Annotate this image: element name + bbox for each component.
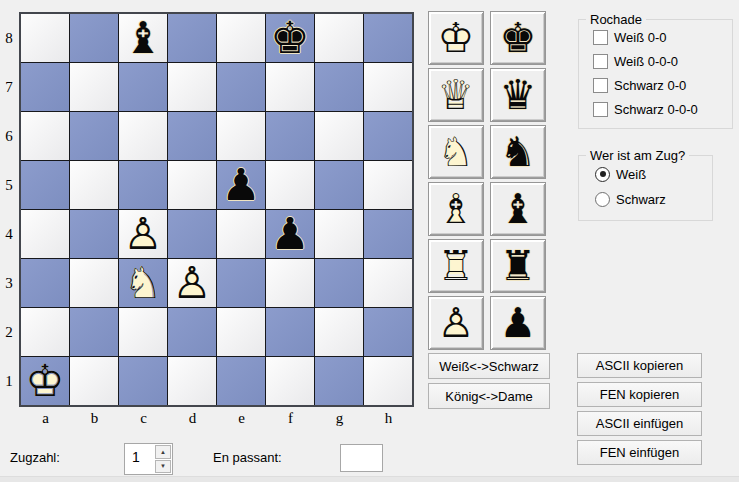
file-label-a: a [21, 410, 70, 427]
square-h5[interactable] [364, 161, 412, 209]
square-a3[interactable] [21, 259, 69, 307]
square-f1[interactable] [266, 357, 314, 405]
square-g8[interactable] [315, 14, 363, 62]
square-a7[interactable] [21, 63, 69, 111]
palette-black-rook-button[interactable]: ♜ [490, 239, 546, 293]
square-d5[interactable] [168, 161, 216, 209]
file-label-d: d [168, 410, 217, 427]
square-h8[interactable] [364, 14, 412, 62]
piece-white-king: ♚♔ [434, 16, 478, 60]
square-g6[interactable] [315, 112, 363, 160]
checkbox-2[interactable] [593, 78, 608, 93]
palette-black-queen-button[interactable]: ♛ [490, 68, 546, 122]
turn-options: WeißSchwarz [579, 156, 712, 206]
file-label-e: e [217, 410, 266, 427]
square-c6[interactable] [119, 112, 167, 160]
square-d3[interactable]: ♟♙ [168, 259, 216, 307]
rank-label-5: 5 [0, 161, 18, 210]
square-e2[interactable] [217, 308, 265, 356]
square-f3[interactable] [266, 259, 314, 307]
square-d2[interactable] [168, 308, 216, 356]
piece-white-pawn: ♟♙ [168, 259, 216, 307]
square-c7[interactable] [119, 63, 167, 111]
rank-label-3: 3 [0, 259, 18, 308]
piece-black-rook: ♜ [496, 244, 540, 288]
square-a8[interactable] [21, 14, 69, 62]
square-d1[interactable] [168, 357, 216, 405]
castling-options: Weiß 0-0Weiß 0-0-0Schwarz 0-0Schwarz 0-0… [579, 20, 732, 116]
square-h6[interactable] [364, 112, 412, 160]
checkbox-label: Schwarz 0-0 [614, 78, 686, 93]
swap-king-queen-button[interactable]: König<->Dame [428, 383, 550, 409]
square-c1[interactable] [119, 357, 167, 405]
piece-white-pawn: ♟♙ [434, 301, 478, 345]
piece-black-king: ♚ [496, 16, 540, 60]
checkbox-1[interactable] [593, 54, 608, 69]
square-c4[interactable]: ♟♙ [119, 210, 167, 258]
square-a4[interactable] [21, 210, 69, 258]
square-f8[interactable]: ♚ [266, 14, 314, 62]
piece-white-knight: ♞♘ [119, 259, 167, 307]
square-b6[interactable] [70, 112, 118, 160]
square-d8[interactable] [168, 14, 216, 62]
piece-white-pawn: ♟♙ [119, 210, 167, 258]
piece-black-pawn: ♟ [496, 301, 540, 345]
castling-option: Weiß 0-0-0 [593, 54, 732, 68]
square-f2[interactable] [266, 308, 314, 356]
castling-group-title: Rochade [586, 12, 646, 27]
square-a6[interactable] [21, 112, 69, 160]
piece-black-pawn: ♟ [266, 210, 314, 258]
radio-label: Weiß [616, 167, 646, 182]
square-g4[interactable] [315, 210, 363, 258]
square-c5[interactable] [119, 161, 167, 209]
square-e6[interactable] [217, 112, 265, 160]
square-h2[interactable] [364, 308, 412, 356]
square-e7[interactable] [217, 63, 265, 111]
square-b1[interactable] [70, 357, 118, 405]
square-h4[interactable] [364, 210, 412, 258]
piece-black-bishop: ♝ [119, 14, 167, 62]
piece-white-bishop: ♝♗ [434, 187, 478, 231]
square-h7[interactable] [364, 63, 412, 111]
move-number-label: Zugzahl: [10, 450, 60, 465]
castling-option: Schwarz 0-0-0 [593, 102, 732, 116]
square-a1[interactable]: ♚♔ [21, 357, 69, 405]
rank-label-6: 6 [0, 112, 18, 161]
window-bottom-edge [0, 476, 739, 482]
file-label-b: b [70, 410, 119, 427]
square-a5[interactable] [21, 161, 69, 209]
turn-option: Schwarz [595, 192, 712, 206]
square-b3[interactable] [70, 259, 118, 307]
en-passant-field[interactable] [340, 444, 383, 472]
piece-white-queen: ♛♕ [434, 73, 478, 117]
radio-label: Schwarz [616, 192, 666, 207]
square-h1[interactable] [364, 357, 412, 405]
rank-label-7: 7 [0, 63, 18, 112]
turn-group: Wer ist am Zug? WeißSchwarz [578, 155, 713, 221]
ascii-copy-button[interactable]: ASCII kopieren [577, 353, 702, 378]
square-e5[interactable]: ♟ [217, 161, 265, 209]
en-passant-label: En passant: [213, 450, 282, 465]
checkbox-label: Weiß 0-0 [614, 30, 667, 45]
piece-black-pawn: ♟ [217, 161, 265, 209]
file-label-h: h [364, 410, 413, 427]
piece-white-king: ♚♔ [21, 357, 69, 405]
square-e1[interactable] [217, 357, 265, 405]
checkbox-label: Schwarz 0-0-0 [614, 102, 698, 117]
square-d4[interactable] [168, 210, 216, 258]
square-f4[interactable]: ♟ [266, 210, 314, 258]
square-d6[interactable] [168, 112, 216, 160]
rank-label-1: 1 [0, 357, 18, 406]
move-number-stepper[interactable]: 1 ▲ ▼ [124, 443, 173, 475]
stepper-down-button[interactable]: ▼ [155, 460, 171, 474]
fen-paste-button[interactable]: FEN einfügen [577, 440, 702, 465]
square-c8[interactable]: ♝ [119, 14, 167, 62]
square-b5[interactable] [70, 161, 118, 209]
file-label-c: c [119, 410, 168, 427]
rank-labels: 87654321 [0, 14, 18, 406]
palette-white-knight-button[interactable]: ♞♘ [428, 125, 484, 179]
fen-copy-button[interactable]: FEN kopieren [577, 382, 702, 407]
square-c2[interactable] [119, 308, 167, 356]
rank-label-4: 4 [0, 210, 18, 259]
square-f6[interactable] [266, 112, 314, 160]
turn-group-title: Wer ist am Zug? [586, 148, 689, 163]
move-number-value[interactable]: 1 [125, 444, 154, 474]
square-g5[interactable] [315, 161, 363, 209]
palette-white-bishop-button[interactable]: ♝♗ [428, 182, 484, 236]
file-labels: abcdefgh [21, 410, 413, 427]
palette-white-queen-button[interactable]: ♛♕ [428, 68, 484, 122]
palette-white-rook-button[interactable]: ♜♖ [428, 239, 484, 293]
square-g2[interactable] [315, 308, 363, 356]
square-a2[interactable] [21, 308, 69, 356]
castling-option: Weiß 0-0 [593, 30, 732, 44]
radio-black[interactable] [595, 192, 610, 207]
radio-white[interactable] [595, 167, 610, 182]
rank-label-8: 8 [0, 14, 18, 63]
position-editor-window: 87654321 ♝♚♟♟♙♟♞♘♟♙♚♔ abcdefgh ♚♔♚♛♕♛♞♘♞… [0, 0, 739, 482]
palette-black-bishop-button[interactable]: ♝ [490, 182, 546, 236]
square-e8[interactable] [217, 14, 265, 62]
square-f7[interactable] [266, 63, 314, 111]
piece-white-knight: ♞♘ [434, 130, 478, 174]
square-g3[interactable] [315, 259, 363, 307]
square-g1[interactable] [315, 357, 363, 405]
square-b4[interactable] [70, 210, 118, 258]
checkbox-label: Weiß 0-0-0 [614, 54, 678, 69]
file-label-f: f [266, 410, 315, 427]
piece-black-queen: ♛ [496, 73, 540, 117]
piece-white-rook: ♜♖ [434, 244, 478, 288]
square-e3[interactable] [217, 259, 265, 307]
checkbox-0[interactable] [593, 30, 608, 45]
piece-black-king: ♚ [266, 14, 314, 62]
ascii-paste-button[interactable]: ASCII einfügen [577, 411, 702, 436]
stepper-up-button[interactable]: ▲ [155, 445, 171, 459]
square-e4[interactable] [217, 210, 265, 258]
square-f5[interactable] [266, 161, 314, 209]
swap-colors-button[interactable]: Weiß<->Schwarz [428, 353, 550, 379]
file-label-g: g [315, 410, 364, 427]
square-b2[interactable] [70, 308, 118, 356]
rank-label-2: 2 [0, 308, 18, 357]
castling-option: Schwarz 0-0 [593, 78, 732, 92]
square-d7[interactable] [168, 63, 216, 111]
palette-white-pawn-button[interactable]: ♟♙ [428, 296, 484, 350]
palette-black-pawn-button[interactable]: ♟ [490, 296, 546, 350]
palette-white-king-button[interactable]: ♚♔ [428, 11, 484, 65]
square-c3[interactable]: ♞♘ [119, 259, 167, 307]
square-h3[interactable] [364, 259, 412, 307]
piece-black-bishop: ♝ [496, 187, 540, 231]
piece-black-knight: ♞ [496, 130, 540, 174]
stepper-arrows: ▲ ▼ [155, 445, 171, 473]
square-g7[interactable] [315, 63, 363, 111]
square-b7[interactable] [70, 63, 118, 111]
palette-black-king-button[interactable]: ♚ [490, 11, 546, 65]
square-b8[interactable] [70, 14, 118, 62]
palette-black-knight-button[interactable]: ♞ [490, 125, 546, 179]
chess-board: ♝♚♟♟♙♟♞♘♟♙♚♔ [19, 12, 414, 407]
castling-group: Rochade Weiß 0-0Weiß 0-0-0Schwarz 0-0Sch… [578, 19, 733, 129]
turn-option: Weiß [595, 167, 712, 181]
checkbox-3[interactable] [593, 102, 608, 117]
